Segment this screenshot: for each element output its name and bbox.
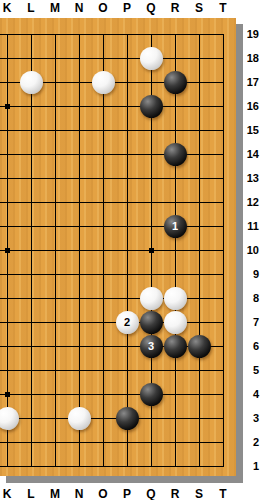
stone-white-R8 <box>164 287 187 310</box>
column-label-N: N <box>67 487 91 500</box>
column-label-P: P <box>115 487 139 500</box>
column-label-L: L <box>19 487 43 500</box>
row-label-16: 16 <box>243 98 260 114</box>
row-label-7: 7 <box>243 314 260 330</box>
column-label-O: O <box>91 487 115 500</box>
star-point-Q10 <box>149 248 154 253</box>
star-point-K16 <box>5 104 10 109</box>
column-label-S: S <box>187 1 211 15</box>
row-label-8: 8 <box>243 290 260 306</box>
grid-line-row-11 <box>0 226 224 227</box>
row-label-1: 1 <box>243 458 260 474</box>
row-label-11: 11 <box>243 218 260 234</box>
stone-black-Q16 <box>140 95 163 118</box>
stone-white-O17 <box>92 71 115 94</box>
row-label-2: 2 <box>243 434 260 450</box>
row-label-17: 17 <box>243 74 260 90</box>
grid-line-row-1 <box>0 466 224 467</box>
stone-white-K3 <box>0 407 19 430</box>
stone-black-Q4 <box>140 383 163 406</box>
row-label-3: 3 <box>243 410 260 426</box>
grid-line-row-7 <box>0 322 224 323</box>
row-label-10: 10 <box>243 242 260 258</box>
grid-line-row-10 <box>0 250 224 251</box>
grid-line-row-19 <box>0 34 224 35</box>
row-label-14: 14 <box>243 146 260 162</box>
row-label-13: 13 <box>243 170 260 186</box>
star-point-K10 <box>5 248 10 253</box>
stone-black-R14 <box>164 143 187 166</box>
row-label-18: 18 <box>243 50 260 66</box>
stone-white-P7-move-2: 2 <box>116 311 139 334</box>
row-label-15: 15 <box>243 122 260 138</box>
column-label-Q: Q <box>139 487 163 500</box>
column-label-T: T <box>211 1 235 15</box>
star-point-K4 <box>5 392 10 397</box>
grid-line-row-9 <box>0 274 224 275</box>
grid-line-row-16 <box>0 106 224 107</box>
column-label-M: M <box>43 487 67 500</box>
grid-line-row-8 <box>0 298 224 299</box>
row-label-12: 12 <box>243 194 260 210</box>
stone-black-R6 <box>164 335 187 358</box>
grid-line-row-14 <box>0 154 224 155</box>
stone-white-Q18 <box>140 47 163 70</box>
grid-line-row-3 <box>0 418 224 419</box>
stone-white-R7 <box>164 311 187 334</box>
grid-line-row-15 <box>0 130 224 131</box>
grid-line-row-4 <box>0 394 224 395</box>
column-label-Q: Q <box>139 1 163 15</box>
row-label-4: 4 <box>243 386 260 402</box>
stone-white-L17 <box>20 71 43 94</box>
stone-black-S6 <box>188 335 211 358</box>
column-label-M: M <box>43 1 67 15</box>
grid-line-row-5 <box>0 370 224 371</box>
board-shadow-right <box>236 24 243 483</box>
column-label-O: O <box>91 1 115 15</box>
stone-black-Q6-move-3: 3 <box>140 335 163 358</box>
stone-black-R17 <box>164 71 187 94</box>
row-label-19: 19 <box>243 26 260 42</box>
row-label-6: 6 <box>243 338 260 354</box>
row-label-5: 5 <box>243 362 260 378</box>
column-label-T: T <box>211 487 235 500</box>
stone-white-Q8 <box>140 287 163 310</box>
go-board[interactable]: 123 <box>0 18 236 476</box>
stone-black-P3 <box>116 407 139 430</box>
column-label-N: N <box>67 1 91 15</box>
stone-black-R11-move-1: 1 <box>164 215 187 238</box>
column-label-K: K <box>0 487 19 500</box>
column-label-K: K <box>0 1 19 15</box>
column-label-P: P <box>115 1 139 15</box>
stone-black-Q7 <box>140 311 163 334</box>
grid-line-row-2 <box>0 442 224 443</box>
board-shadow-bottom <box>6 476 243 483</box>
column-label-R: R <box>163 1 187 15</box>
column-label-S: S <box>187 487 211 500</box>
column-label-R: R <box>163 487 187 500</box>
go-diagram: KLMNOPQRST 123 1918171615141312111098765… <box>0 0 260 500</box>
row-label-9: 9 <box>243 266 260 282</box>
grid-line-row-18 <box>0 58 224 59</box>
grid-line-row-12 <box>0 202 224 203</box>
column-label-L: L <box>19 1 43 15</box>
grid-line-row-13 <box>0 178 224 179</box>
stone-white-N3 <box>68 407 91 430</box>
